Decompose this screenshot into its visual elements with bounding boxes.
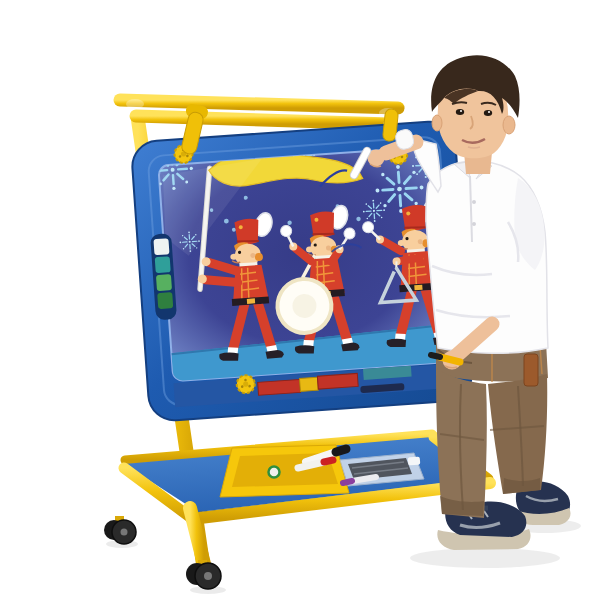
red-block-1 (258, 379, 301, 395)
marker-purple-tip (352, 477, 376, 481)
frame-top-rear-bar (120, 100, 398, 108)
frame-top-front-bar (136, 116, 390, 124)
yellow-block (299, 377, 318, 391)
caster-front-left (186, 560, 226, 594)
marker-green-ring (269, 467, 280, 478)
pants-patch (524, 354, 538, 386)
product-photo: A young boy in a white polo shirt and br… (40, 16, 600, 600)
caster-rear-left (104, 516, 138, 548)
eye-right (484, 110, 492, 116)
eye-left (456, 109, 464, 115)
scene-canvas (40, 16, 600, 600)
yellow-marker (440, 357, 460, 362)
red-block-2 (317, 373, 358, 389)
